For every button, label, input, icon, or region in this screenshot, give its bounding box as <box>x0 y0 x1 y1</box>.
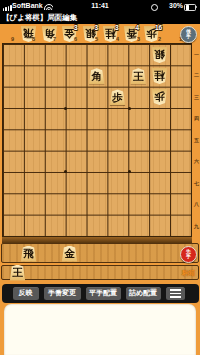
rank-label-2: 二 <box>193 72 200 78</box>
battery-percent: 30% <box>169 0 183 12</box>
file-label-7: 7 <box>44 36 65 42</box>
sente-turn-badge[interactable]: 先手 <box>180 246 197 263</box>
hamburger-menu-button[interactable] <box>166 287 185 301</box>
rank-label-5: 五 <box>193 137 200 143</box>
file-label-9: 9 <box>2 36 23 42</box>
file-label-3: 3 <box>128 36 149 42</box>
rank-label-4: 四 <box>193 115 200 121</box>
piece-box-label: 駒箱 <box>182 269 195 278</box>
comment-panel <box>4 304 196 355</box>
gote-turn-badge[interactable]: 後手 <box>180 26 197 43</box>
gote-lance-count: 4 <box>136 24 140 31</box>
file-label-2: 2 <box>149 36 170 42</box>
file-label-8: 8 <box>23 36 44 42</box>
rank-label-7: 七 <box>193 180 200 186</box>
change-turn-button[interactable]: 手番変更 <box>44 287 81 301</box>
board-edge-shadow <box>2 237 192 243</box>
gote-pawn-count: 16 <box>155 24 162 31</box>
edit-toolbar: 反映 手番変更 平手配置 詰め配置 <box>2 284 199 304</box>
rank-label-6: 六 <box>193 158 200 164</box>
file-label-5: 5 <box>86 36 107 42</box>
rank-label-8: 八 <box>193 201 200 207</box>
gote-knight-count: 3 <box>115 24 119 31</box>
rank-label-3: 三 <box>193 94 200 100</box>
star-point <box>64 107 67 110</box>
even-game-setup-button[interactable]: 平手配置 <box>86 287 121 301</box>
star-point <box>128 107 131 110</box>
rank-label-9: 九 <box>193 223 200 229</box>
file-label-6: 6 <box>65 36 86 42</box>
page-title: 【ぴよ将棋】局面編集 <box>2 12 77 24</box>
battery-icon <box>184 4 196 12</box>
piece-box-tray[interactable] <box>1 265 199 281</box>
apply-button[interactable]: 反映 <box>13 287 39 301</box>
star-point <box>64 170 67 173</box>
rank-label-1: 一 <box>193 51 200 57</box>
file-label-4: 4 <box>107 36 128 42</box>
tsume-setup-button[interactable]: 詰め配置 <box>126 287 161 301</box>
orientation-lock-icon <box>151 4 158 11</box>
gote-silver-count: 3 <box>95 24 99 31</box>
status-title-bar: SoftBank 11:41 30% 【ぴよ将棋】局面編集 <box>0 0 200 24</box>
star-point <box>128 170 131 173</box>
hamburger-icon <box>170 289 181 298</box>
gote-gold-count: 3 <box>74 24 78 31</box>
